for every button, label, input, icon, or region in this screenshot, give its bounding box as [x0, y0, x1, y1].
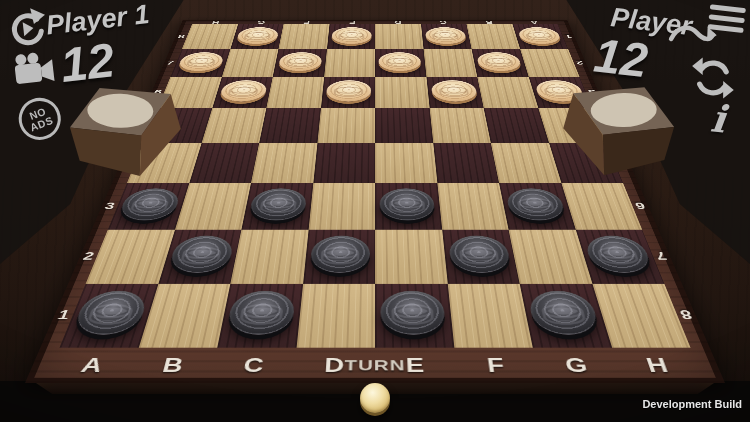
record-video-icon[interactable]	[11, 49, 57, 88]
square-b8[interactable]: ⛀	[230, 24, 283, 49]
rank-label-right-8-text: 8	[678, 307, 695, 322]
piece-cream-f6[interactable]: ⛀	[430, 80, 478, 101]
square-d8[interactable]: ⛀	[327, 24, 375, 49]
piece-black-e3[interactable]: ⛂	[380, 188, 436, 220]
file-label-bottom-a: A	[48, 354, 137, 377]
square-e5[interactable]	[375, 108, 433, 143]
square-f1[interactable]	[447, 284, 532, 348]
piece-cream-g7[interactable]: ⛀	[476, 52, 523, 71]
replay-icon[interactable]	[4, 6, 50, 52]
square-d4[interactable]	[313, 143, 375, 183]
square-f4[interactable]	[433, 143, 499, 183]
file-label-bottom-c-text: C	[242, 354, 266, 377]
piece-cream-c7[interactable]: ⛀	[278, 52, 323, 71]
info-icon[interactable]: i	[708, 95, 727, 141]
hud-player2: Player 12 i	[512, 0, 750, 241]
rank-label-right-7-text: 7	[654, 249, 669, 262]
dev-build-label: Development Build	[642, 398, 742, 410]
square-c7[interactable]: ⛀	[273, 49, 327, 77]
file-label-bottom-f-text: F	[485, 354, 506, 377]
piece-cream-e7[interactable]: ⛀	[379, 52, 422, 71]
piece-black-h2[interactable]: ⛂	[582, 235, 654, 272]
square-e8[interactable]	[375, 24, 423, 49]
square-f5[interactable]	[429, 108, 491, 143]
file-label-bottom-b-text: B	[160, 354, 187, 377]
square-c8[interactable]	[278, 24, 329, 49]
turn-indicator-coin	[360, 383, 390, 413]
file-label-bottom-g-text: G	[563, 354, 591, 377]
square-e1[interactable]: ⛂	[375, 284, 454, 348]
board-rank-8: 8⛀⛀⛀⛀1	[170, 24, 580, 49]
file-label-bottom-c: C	[211, 354, 295, 377]
square-d3[interactable]	[308, 183, 375, 229]
square-e3[interactable]: ⛂	[375, 183, 442, 229]
turn-label: TURN	[344, 356, 406, 373]
square-e6[interactable]	[375, 77, 429, 108]
piece-black-e1[interactable]: ⛂	[381, 290, 447, 334]
square-c1[interactable]: ⛂	[217, 284, 302, 348]
square-c3[interactable]: ⛂	[241, 183, 313, 229]
board-rank-1: 1⛂⛂⛂⛂8	[40, 284, 709, 348]
square-d2[interactable]: ⛂	[303, 230, 375, 284]
square-b6[interactable]: ⛀	[212, 77, 273, 108]
square-c6[interactable]	[266, 77, 323, 108]
capture-tray-left	[66, 76, 194, 185]
capture-tray-right	[550, 76, 678, 185]
redo-swoosh-icon[interactable]	[667, 21, 717, 50]
hud-player1: Player 1 12 NO ADS	[0, 0, 233, 241]
file-label-bottom-a-text: A	[78, 354, 107, 377]
file-label-bottom-h: H	[613, 354, 702, 377]
board-rank-7: 7⛀⛀⛀⛀2	[158, 49, 592, 77]
piece-cream-d8[interactable]: ⛀	[331, 27, 372, 44]
square-d6[interactable]: ⛀	[321, 77, 375, 108]
square-f2[interactable]: ⛂	[442, 230, 520, 284]
board-rank-2: 2⛂⛂⛂⛂7	[68, 230, 682, 284]
file-label-bottom-d-text: D	[324, 354, 346, 377]
no-ads-button[interactable]: NO ADS	[13, 92, 67, 146]
square-c4[interactable]	[251, 143, 317, 183]
square-e2[interactable]	[375, 230, 447, 284]
square-e7[interactable]: ⛀	[375, 49, 426, 77]
piece-black-d2[interactable]: ⛂	[309, 235, 370, 272]
file-label-bottom-g: G	[534, 354, 621, 377]
piece-black-a1[interactable]: ⛂	[71, 290, 151, 334]
square-f7[interactable]	[423, 49, 477, 77]
square-g8[interactable]	[467, 24, 520, 49]
piece-black-c3[interactable]: ⛂	[248, 188, 307, 220]
square-b7[interactable]	[222, 49, 279, 77]
square-f6[interactable]: ⛀	[426, 77, 483, 108]
board-frame-bottom: ABCDEFGHTURN	[25, 348, 725, 383]
piece-cream-b8[interactable]: ⛀	[235, 27, 279, 44]
piece-black-b2[interactable]: ⛂	[167, 235, 235, 272]
square-d1[interactable]	[296, 284, 375, 348]
file-label-bottom-h-text: H	[643, 354, 672, 377]
square-g7[interactable]: ⛀	[472, 49, 529, 77]
file-label-bottom-f: F	[454, 354, 538, 377]
piece-cream-f8[interactable]: ⛀	[425, 27, 467, 44]
piece-black-g1[interactable]: ⛂	[527, 290, 602, 334]
piece-cream-d6[interactable]: ⛀	[325, 80, 371, 101]
piece-black-c1[interactable]: ⛂	[226, 290, 297, 334]
file-label-bottom-e-text: E	[405, 354, 425, 377]
square-f8[interactable]: ⛀	[421, 24, 472, 49]
square-d7[interactable]	[324, 49, 375, 77]
player2-score: 12	[591, 28, 650, 89]
square-d5[interactable]	[317, 108, 375, 143]
square-f3[interactable]	[437, 183, 509, 229]
piece-cream-b6[interactable]: ⛀	[218, 80, 268, 101]
square-e4[interactable]	[375, 143, 437, 183]
game-screen: HGFEDCBA8⛀⛀⛀⛀17⛀⛀⛀⛀26⛀⛀⛀⛀354453⛂⛂⛂⛂62⛂⛂⛂…	[0, 0, 750, 422]
square-c5[interactable]	[259, 108, 321, 143]
file-label-bottom-b: B	[129, 354, 216, 377]
piece-black-f2[interactable]: ⛂	[447, 235, 512, 272]
square-c2[interactable]	[230, 230, 308, 284]
